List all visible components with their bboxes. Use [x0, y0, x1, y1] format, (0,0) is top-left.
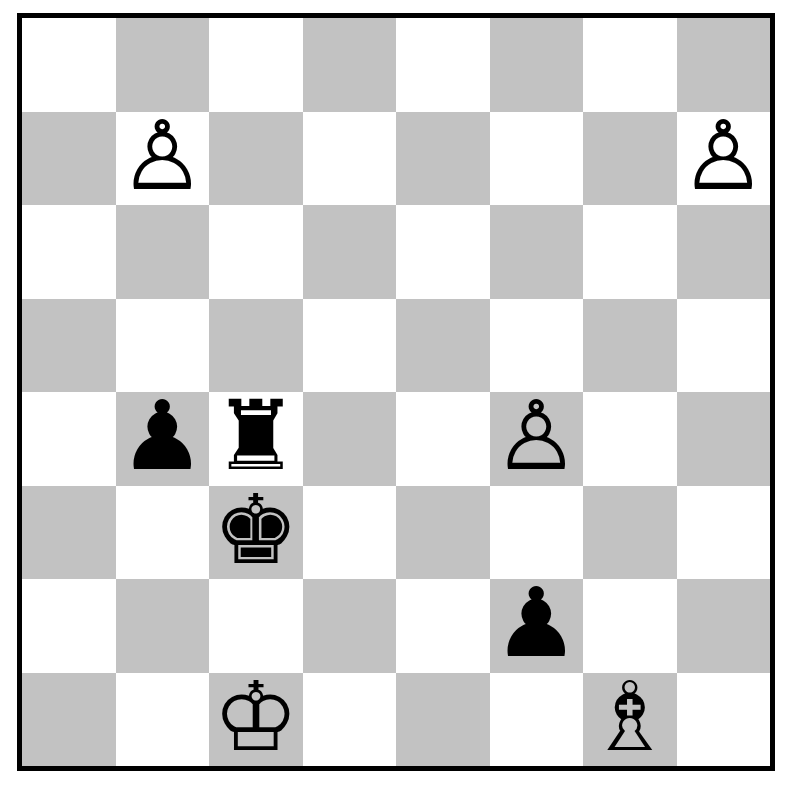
square-g7[interactable] — [583, 112, 677, 206]
square-f7[interactable] — [490, 112, 584, 206]
square-c1[interactable]: ♔ — [209, 673, 303, 767]
square-f8[interactable] — [490, 18, 584, 112]
square-c5[interactable] — [209, 299, 303, 393]
square-d6[interactable] — [303, 205, 397, 299]
square-h8[interactable] — [677, 18, 771, 112]
square-c2[interactable] — [209, 579, 303, 673]
square-c3[interactable]: ♚ — [209, 486, 303, 580]
square-g5[interactable] — [583, 299, 677, 393]
square-e7[interactable] — [396, 112, 490, 206]
square-e3[interactable] — [396, 486, 490, 580]
square-g4[interactable] — [583, 392, 677, 486]
chess-diagram: ♙♙♟♜♙♚♟♔♗ — [17, 13, 775, 771]
piece-white-bishop: ♗ — [587, 671, 673, 765]
square-c8[interactable] — [209, 18, 303, 112]
square-f6[interactable] — [490, 205, 584, 299]
piece-black-king: ♚ — [213, 484, 299, 578]
square-b7[interactable]: ♙ — [116, 112, 210, 206]
piece-black-pawn: ♟ — [119, 390, 205, 484]
square-h1[interactable] — [677, 673, 771, 767]
square-e2[interactable] — [396, 579, 490, 673]
square-e6[interactable] — [396, 205, 490, 299]
square-e5[interactable] — [396, 299, 490, 393]
square-f4[interactable]: ♙ — [490, 392, 584, 486]
square-h6[interactable] — [677, 205, 771, 299]
piece-black-rook: ♜ — [213, 390, 299, 484]
square-e4[interactable] — [396, 392, 490, 486]
square-a2[interactable] — [22, 579, 116, 673]
piece-white-pawn: ♙ — [119, 110, 205, 204]
square-f3[interactable] — [490, 486, 584, 580]
square-f2[interactable]: ♟ — [490, 579, 584, 673]
square-d1[interactable] — [303, 673, 397, 767]
square-g1[interactable]: ♗ — [583, 673, 677, 767]
square-e1[interactable] — [396, 673, 490, 767]
square-a3[interactable] — [22, 486, 116, 580]
square-b4[interactable]: ♟ — [116, 392, 210, 486]
square-g6[interactable] — [583, 205, 677, 299]
piece-white-king: ♔ — [213, 671, 299, 765]
square-b3[interactable] — [116, 486, 210, 580]
square-a7[interactable] — [22, 112, 116, 206]
square-a5[interactable] — [22, 299, 116, 393]
square-d5[interactable] — [303, 299, 397, 393]
square-a4[interactable] — [22, 392, 116, 486]
square-d2[interactable] — [303, 579, 397, 673]
square-c4[interactable]: ♜ — [209, 392, 303, 486]
square-a1[interactable] — [22, 673, 116, 767]
square-h4[interactable] — [677, 392, 771, 486]
square-g2[interactable] — [583, 579, 677, 673]
square-a6[interactable] — [22, 205, 116, 299]
square-d7[interactable] — [303, 112, 397, 206]
square-f1[interactable] — [490, 673, 584, 767]
square-c7[interactable] — [209, 112, 303, 206]
square-d4[interactable] — [303, 392, 397, 486]
piece-white-pawn: ♙ — [493, 390, 579, 484]
square-h7[interactable]: ♙ — [677, 112, 771, 206]
square-h5[interactable] — [677, 299, 771, 393]
square-b8[interactable] — [116, 18, 210, 112]
square-g3[interactable] — [583, 486, 677, 580]
chess-board: ♙♙♟♜♙♚♟♔♗ — [17, 13, 775, 771]
piece-black-pawn: ♟ — [493, 577, 579, 671]
square-d3[interactable] — [303, 486, 397, 580]
square-f5[interactable] — [490, 299, 584, 393]
square-b5[interactable] — [116, 299, 210, 393]
piece-white-pawn: ♙ — [680, 110, 766, 204]
square-g8[interactable] — [583, 18, 677, 112]
square-h2[interactable] — [677, 579, 771, 673]
square-c6[interactable] — [209, 205, 303, 299]
square-b6[interactable] — [116, 205, 210, 299]
square-a8[interactable] — [22, 18, 116, 112]
square-b1[interactable] — [116, 673, 210, 767]
square-d8[interactable] — [303, 18, 397, 112]
square-h3[interactable] — [677, 486, 771, 580]
square-b2[interactable] — [116, 579, 210, 673]
square-e8[interactable] — [396, 18, 490, 112]
